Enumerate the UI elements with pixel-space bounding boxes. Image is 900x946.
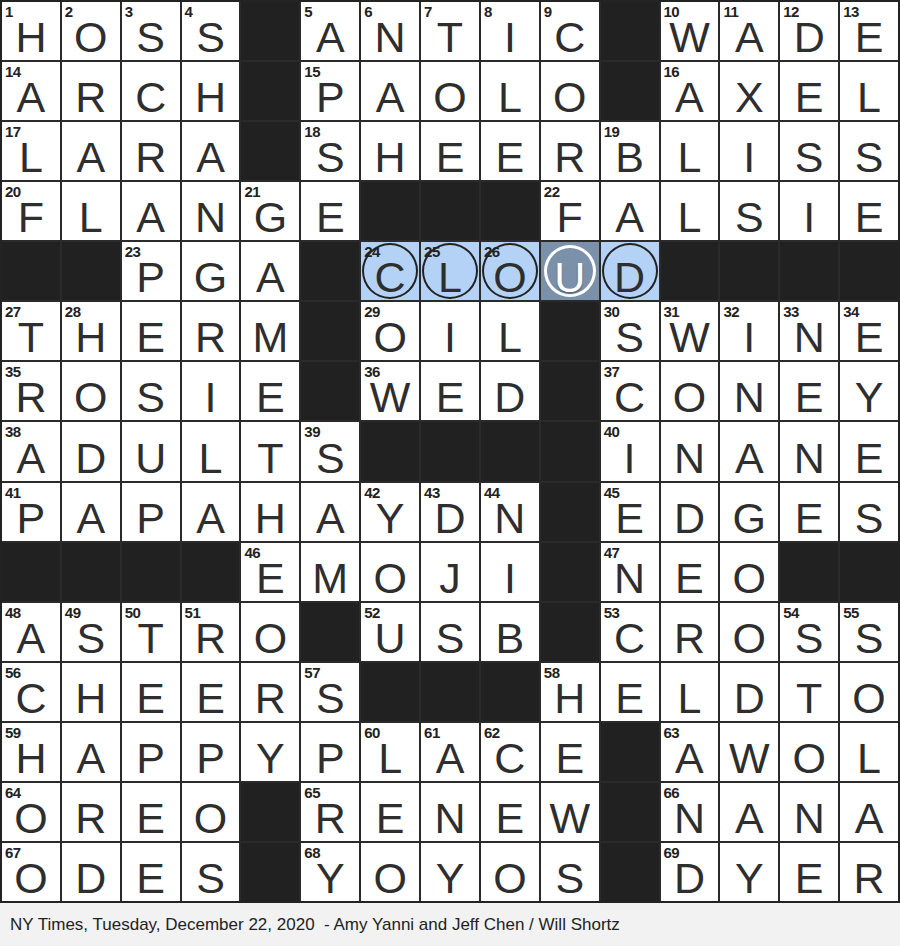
cell-r10c11[interactable]: 47N bbox=[601, 543, 659, 601]
cell-r13c10[interactable]: E bbox=[541, 723, 599, 781]
black-cell-r6c10 bbox=[541, 302, 599, 360]
cell-letter: C bbox=[2, 677, 60, 720]
cell-r10c9[interactable]: I bbox=[481, 543, 539, 601]
cell-r14c7[interactable]: E bbox=[361, 783, 419, 841]
cell-r12c14[interactable]: T bbox=[780, 663, 838, 721]
cell-r8c6[interactable]: 39S bbox=[301, 422, 359, 480]
cell-r4c1[interactable]: 20F bbox=[2, 182, 60, 240]
cell-r9c14[interactable]: E bbox=[780, 483, 838, 541]
cell-r14c2[interactable]: R bbox=[62, 783, 120, 841]
cell-r13c4[interactable]: P bbox=[182, 723, 240, 781]
cell-letter: E bbox=[122, 857, 180, 900]
cell-r12c15[interactable]: O bbox=[840, 663, 898, 721]
cell-r7c7[interactable]: 36W bbox=[361, 362, 419, 420]
black-cell-r10c14 bbox=[780, 543, 838, 601]
cell-r7c13[interactable]: N bbox=[720, 362, 778, 420]
cell-letter: Y bbox=[840, 376, 898, 419]
cell-letter: W bbox=[720, 737, 778, 780]
cell-r13c12[interactable]: 63A bbox=[661, 723, 719, 781]
cell-r11c4[interactable]: 51R bbox=[182, 603, 240, 661]
cell-letter: Y bbox=[720, 857, 778, 900]
clue-number: 24 bbox=[364, 242, 380, 261]
cell-r2c14[interactable]: E bbox=[780, 62, 838, 120]
cell-r3c3[interactable]: R bbox=[122, 122, 180, 180]
clue-number: 47 bbox=[604, 543, 620, 562]
cell-r14c10[interactable]: W bbox=[541, 783, 599, 841]
cell-r3c11[interactable]: 19B bbox=[601, 122, 659, 180]
cell-letter: A bbox=[2, 76, 60, 119]
black-cell-r8c9 bbox=[481, 422, 539, 480]
cell-r1c7[interactable]: 6N bbox=[361, 2, 419, 60]
cell-r11c7[interactable]: 52U bbox=[361, 603, 419, 661]
cell-r2c15[interactable]: L bbox=[840, 62, 898, 120]
cell-letter: P bbox=[301, 76, 359, 119]
black-cell-r8c7 bbox=[361, 422, 419, 480]
cell-r12c6[interactable]: 57S bbox=[301, 663, 359, 721]
crossword-app: 1H2O3S4S5A6N7T8I9C10W11A12D13E14ARCH15PA… bbox=[0, 0, 900, 946]
cell-r9c7[interactable]: 42Y bbox=[361, 483, 419, 541]
cell-letter: S bbox=[541, 857, 599, 900]
cell-r2c6[interactable]: 15P bbox=[301, 62, 359, 120]
cell-letter: I bbox=[601, 437, 659, 480]
cell-r2c10[interactable]: O bbox=[541, 62, 599, 120]
clue-number: 4 bbox=[185, 2, 193, 21]
cell-r9c5[interactable]: H bbox=[241, 483, 299, 541]
cell-letter: I bbox=[182, 376, 240, 419]
cell-r6c1[interactable]: 27T bbox=[2, 302, 60, 360]
cell-r9c15[interactable]: S bbox=[840, 483, 898, 541]
cell-r15c10[interactable]: S bbox=[541, 843, 599, 901]
cell-r3c12[interactable]: L bbox=[661, 122, 719, 180]
cell-r10c12[interactable]: E bbox=[661, 543, 719, 601]
cell-r3c10[interactable]: R bbox=[541, 122, 599, 180]
cell-r4c13[interactable]: S bbox=[720, 182, 778, 240]
cell-r12c1[interactable]: 56C bbox=[2, 663, 60, 721]
cell-r15c7[interactable]: O bbox=[361, 843, 419, 901]
clue-number: 44 bbox=[484, 483, 500, 502]
cell-r3c14[interactable]: S bbox=[780, 122, 838, 180]
cell-letter: E bbox=[780, 857, 838, 900]
cell-letter: P bbox=[182, 737, 240, 780]
cell-r14c12[interactable]: 66N bbox=[661, 783, 719, 841]
cell-r3c2[interactable]: A bbox=[62, 122, 120, 180]
cell-r8c12[interactable]: N bbox=[661, 422, 719, 480]
cell-r15c14[interactable]: E bbox=[780, 843, 838, 901]
cell-letter: C bbox=[601, 617, 659, 660]
cell-r15c12[interactable]: 69D bbox=[661, 843, 719, 901]
clue-number: 20 bbox=[5, 182, 21, 201]
cell-r1c9[interactable]: 8I bbox=[481, 2, 539, 60]
cell-r10c13[interactable]: O bbox=[720, 543, 778, 601]
black-cell-r2c5 bbox=[241, 62, 299, 120]
black-cell-r14c11 bbox=[601, 783, 659, 841]
cell-r6c13[interactable]: 32I bbox=[720, 302, 778, 360]
cell-r10c5[interactable]: 46E bbox=[241, 543, 299, 601]
cell-r4c3[interactable]: A bbox=[122, 182, 180, 240]
cell-r8c14[interactable]: N bbox=[780, 422, 838, 480]
cell-r15c4[interactable]: S bbox=[182, 843, 240, 901]
cell-r5c4[interactable]: G bbox=[182, 242, 240, 300]
cell-r1c1[interactable]: 1H bbox=[2, 2, 60, 60]
cell-r14c6[interactable]: 65R bbox=[301, 783, 359, 841]
cell-r1c15[interactable]: 13E bbox=[840, 2, 898, 60]
black-cell-r10c4 bbox=[182, 543, 240, 601]
cell-letter: B bbox=[601, 136, 659, 179]
black-cell-r10c3 bbox=[122, 543, 180, 601]
cell-r11c9[interactable]: B bbox=[481, 603, 539, 661]
cell-letter: L bbox=[661, 196, 719, 239]
cell-letter: A bbox=[720, 437, 778, 480]
cell-letter: E bbox=[122, 677, 180, 720]
cell-r6c2[interactable]: 28H bbox=[62, 302, 120, 360]
clue-number: 11 bbox=[723, 2, 738, 21]
cell-r13c7[interactable]: 60L bbox=[361, 723, 419, 781]
cell-letter: A bbox=[62, 136, 120, 179]
cell-letter: A bbox=[122, 196, 180, 239]
cell-r13c13[interactable]: W bbox=[720, 723, 778, 781]
cell-r15c9[interactable]: O bbox=[481, 843, 539, 901]
cell-r7c12[interactable]: O bbox=[661, 362, 719, 420]
cell-letter: N bbox=[780, 797, 838, 840]
cell-letter: L bbox=[840, 737, 898, 780]
cell-r9c12[interactable]: D bbox=[661, 483, 719, 541]
cell-r5c3[interactable]: 23P bbox=[122, 242, 180, 300]
cell-letter: W bbox=[541, 797, 599, 840]
cell-r1c14[interactable]: 12D bbox=[780, 2, 838, 60]
clue-number: 57 bbox=[304, 663, 320, 682]
cell-r3c9[interactable]: E bbox=[481, 122, 539, 180]
cell-r7c14[interactable]: E bbox=[780, 362, 838, 420]
cell-letter: A bbox=[601, 196, 659, 239]
cell-letter: S bbox=[122, 376, 180, 419]
cell-r1c8[interactable]: 7T bbox=[421, 2, 479, 60]
cell-letter: E bbox=[541, 737, 599, 780]
cell-r3c15[interactable]: S bbox=[840, 122, 898, 180]
cell-r6c4[interactable]: R bbox=[182, 302, 240, 360]
cell-r4c11[interactable]: A bbox=[601, 182, 659, 240]
cell-r4c6[interactable]: E bbox=[301, 182, 359, 240]
cell-r14c9[interactable]: E bbox=[481, 783, 539, 841]
clue-number: 66 bbox=[664, 783, 680, 802]
cell-r9c13[interactable]: G bbox=[720, 483, 778, 541]
cell-letter: U bbox=[361, 617, 419, 660]
cell-r6c3[interactable]: E bbox=[122, 302, 180, 360]
cell-letter: O bbox=[720, 617, 778, 660]
cell-r10c6[interactable]: M bbox=[301, 543, 359, 601]
cell-r12c2[interactable]: H bbox=[62, 663, 120, 721]
cell-r12c4[interactable]: E bbox=[182, 663, 240, 721]
cell-r15c3[interactable]: E bbox=[122, 843, 180, 901]
cell-letter: D bbox=[421, 497, 479, 540]
cell-r6c11[interactable]: 30S bbox=[601, 302, 659, 360]
cell-r14c14[interactable]: N bbox=[780, 783, 838, 841]
cell-r5c8[interactable]: 25L bbox=[421, 242, 479, 300]
cell-r2c12[interactable]: 16A bbox=[661, 62, 719, 120]
cell-r15c13[interactable]: Y bbox=[720, 843, 778, 901]
clue-number: 25 bbox=[424, 242, 440, 261]
cell-r2c13[interactable]: X bbox=[720, 62, 778, 120]
cell-r5c7[interactable]: 24C bbox=[361, 242, 419, 300]
cell-r12c5[interactable]: R bbox=[241, 663, 299, 721]
cell-letter: S bbox=[840, 136, 898, 179]
cell-r9c9[interactable]: 44N bbox=[481, 483, 539, 541]
cell-r11c3[interactable]: 50T bbox=[122, 603, 180, 661]
cell-r7c4[interactable]: I bbox=[182, 362, 240, 420]
cell-r2c9[interactable]: L bbox=[481, 62, 539, 120]
cell-r15c2[interactable]: D bbox=[62, 843, 120, 901]
cell-r7c3[interactable]: S bbox=[122, 362, 180, 420]
cell-r6c8[interactable]: I bbox=[421, 302, 479, 360]
cell-r11c2[interactable]: 49S bbox=[62, 603, 120, 661]
cell-r12c11[interactable]: E bbox=[601, 663, 659, 721]
cell-r5c5[interactable]: A bbox=[241, 242, 299, 300]
cell-letter: U bbox=[122, 437, 180, 480]
cell-letter: M bbox=[301, 557, 359, 600]
cell-r8c11[interactable]: 40I bbox=[601, 422, 659, 480]
cell-r1c3[interactable]: 3S bbox=[122, 2, 180, 60]
clue-number: 56 bbox=[5, 663, 21, 682]
cell-letter: E bbox=[840, 196, 898, 239]
cell-r6c14[interactable]: 33N bbox=[780, 302, 838, 360]
cell-r2c1[interactable]: 14A bbox=[2, 62, 60, 120]
cell-r9c2[interactable]: A bbox=[62, 483, 120, 541]
cell-r6c12[interactable]: 31W bbox=[661, 302, 719, 360]
cell-letter: R bbox=[122, 136, 180, 179]
cell-r2c4[interactable]: H bbox=[182, 62, 240, 120]
clue-number: 26 bbox=[484, 242, 500, 261]
cell-r11c5[interactable]: O bbox=[241, 603, 299, 661]
cell-r8c13[interactable]: A bbox=[720, 422, 778, 480]
cell-letter: C bbox=[541, 16, 599, 59]
black-cell-r11c10 bbox=[541, 603, 599, 661]
cell-r13c15[interactable]: L bbox=[840, 723, 898, 781]
cell-r3c7[interactable]: H bbox=[361, 122, 419, 180]
cell-letter: A bbox=[720, 797, 778, 840]
cell-r7c2[interactable]: O bbox=[62, 362, 120, 420]
cell-r7c1[interactable]: 35R bbox=[2, 362, 60, 420]
cell-r13c5[interactable]: Y bbox=[241, 723, 299, 781]
cell-r8c4[interactable]: L bbox=[182, 422, 240, 480]
cell-r1c4[interactable]: 4S bbox=[182, 2, 240, 60]
cell-letter: A bbox=[840, 797, 898, 840]
cell-r11c8[interactable]: S bbox=[421, 603, 479, 661]
cell-letter: S bbox=[780, 136, 838, 179]
clue-number: 8 bbox=[484, 2, 492, 21]
cell-letter: G bbox=[182, 256, 240, 299]
cell-letter: E bbox=[481, 797, 539, 840]
cell-r11c12[interactable]: R bbox=[661, 603, 719, 661]
cell-r13c9[interactable]: 62C bbox=[481, 723, 539, 781]
cell-r12c3[interactable]: E bbox=[122, 663, 180, 721]
cell-letter: C bbox=[481, 737, 539, 780]
cell-letter: A bbox=[661, 737, 719, 780]
cell-r6c9[interactable]: L bbox=[481, 302, 539, 360]
cell-letter: H bbox=[62, 316, 120, 359]
clue-number: 58 bbox=[544, 663, 560, 682]
clue-number: 48 bbox=[5, 603, 21, 622]
black-cell-r10c15 bbox=[840, 543, 898, 601]
cell-r6c15[interactable]: 34E bbox=[840, 302, 898, 360]
cell-r10c8[interactable]: J bbox=[421, 543, 479, 601]
clue-number: 64 bbox=[5, 783, 21, 802]
cell-letter: D bbox=[62, 857, 120, 900]
cell-r12c13[interactable]: D bbox=[720, 663, 778, 721]
cell-r8c3[interactable]: U bbox=[122, 422, 180, 480]
cell-r4c12[interactable]: L bbox=[661, 182, 719, 240]
cell-r7c15[interactable]: Y bbox=[840, 362, 898, 420]
cell-r15c6[interactable]: 68Y bbox=[301, 843, 359, 901]
cell-letter: P bbox=[122, 737, 180, 780]
cell-r7c9[interactable]: D bbox=[481, 362, 539, 420]
cell-r3c13[interactable]: I bbox=[720, 122, 778, 180]
cell-letter: W bbox=[661, 316, 719, 359]
cell-letter: A bbox=[182, 497, 240, 540]
cell-r15c15[interactable]: R bbox=[840, 843, 898, 901]
black-cell-r10c10 bbox=[541, 543, 599, 601]
cell-letter: S bbox=[720, 196, 778, 239]
cell-letter: E bbox=[122, 316, 180, 359]
clue-number: 12 bbox=[783, 2, 799, 21]
cell-r9c4[interactable]: A bbox=[182, 483, 240, 541]
clue-number: 55 bbox=[843, 603, 859, 622]
cell-r13c3[interactable]: P bbox=[122, 723, 180, 781]
cell-r15c1[interactable]: 67O bbox=[2, 843, 60, 901]
cell-letter: I bbox=[780, 196, 838, 239]
cell-letter: L bbox=[182, 437, 240, 480]
cell-letter: L bbox=[481, 76, 539, 119]
clue-number: 5 bbox=[304, 2, 312, 21]
cell-r13c14[interactable]: O bbox=[780, 723, 838, 781]
black-cell-r12c7 bbox=[361, 663, 419, 721]
black-cell-r7c6 bbox=[301, 362, 359, 420]
cell-letter: C bbox=[361, 256, 419, 299]
clue-number: 52 bbox=[364, 603, 380, 622]
cell-r7c5[interactable]: E bbox=[241, 362, 299, 420]
cell-r14c15[interactable]: A bbox=[840, 783, 898, 841]
clue-number: 33 bbox=[783, 302, 799, 321]
cell-r4c2[interactable]: L bbox=[62, 182, 120, 240]
black-cell-r7c10 bbox=[541, 362, 599, 420]
clue-number: 23 bbox=[125, 242, 141, 261]
cell-r8c15[interactable]: E bbox=[840, 422, 898, 480]
cell-letter: O bbox=[2, 857, 60, 900]
black-cell-r9c10 bbox=[541, 483, 599, 541]
cell-r4c10[interactable]: 22F bbox=[541, 182, 599, 240]
cell-r9c8[interactable]: 43D bbox=[421, 483, 479, 541]
black-cell-r2c11 bbox=[601, 62, 659, 120]
cell-r11c13[interactable]: O bbox=[720, 603, 778, 661]
cell-r7c8[interactable]: E bbox=[421, 362, 479, 420]
cell-r4c4[interactable]: N bbox=[182, 182, 240, 240]
cell-r1c10[interactable]: 9C bbox=[541, 2, 599, 60]
black-cell-r5c12 bbox=[661, 242, 719, 300]
cell-r14c8[interactable]: N bbox=[421, 783, 479, 841]
cell-r14c13[interactable]: A bbox=[720, 783, 778, 841]
cell-letter: L bbox=[840, 76, 898, 119]
cell-r4c14[interactable]: I bbox=[780, 182, 838, 240]
cell-r4c15[interactable]: E bbox=[840, 182, 898, 240]
cell-r11c14[interactable]: 54S bbox=[780, 603, 838, 661]
cell-letter: E bbox=[780, 497, 838, 540]
cell-letter: O bbox=[481, 256, 539, 299]
cell-r8c1[interactable]: 38A bbox=[2, 422, 60, 480]
cell-r9c11[interactable]: 45E bbox=[601, 483, 659, 541]
cell-letter: W bbox=[361, 376, 419, 419]
cell-letter: S bbox=[182, 16, 240, 59]
cell-r1c13[interactable]: 11A bbox=[720, 2, 778, 60]
cell-r5c9[interactable]: 26O bbox=[481, 242, 539, 300]
cell-letter: J bbox=[421, 557, 479, 600]
cell-r13c8[interactable]: 61A bbox=[421, 723, 479, 781]
cell-letter: Y bbox=[301, 857, 359, 900]
cell-letter: H bbox=[241, 497, 299, 540]
black-cell-r5c13 bbox=[720, 242, 778, 300]
cell-r12c12[interactable]: L bbox=[661, 663, 719, 721]
cell-r3c6[interactable]: 18S bbox=[301, 122, 359, 180]
cell-r13c1[interactable]: 59H bbox=[2, 723, 60, 781]
cell-r2c8[interactable]: O bbox=[421, 62, 479, 120]
black-cell-r4c9 bbox=[481, 182, 539, 240]
cell-letter: O bbox=[720, 557, 778, 600]
clue-number: 30 bbox=[604, 302, 620, 321]
black-cell-r1c5 bbox=[241, 2, 299, 60]
cell-r11c11[interactable]: 53C bbox=[601, 603, 659, 661]
clue-number: 3 bbox=[125, 2, 133, 21]
cell-r13c2[interactable]: A bbox=[62, 723, 120, 781]
cell-letter: N bbox=[481, 497, 539, 540]
cell-r9c3[interactable]: P bbox=[122, 483, 180, 541]
cell-r14c1[interactable]: 64O bbox=[2, 783, 60, 841]
cell-r8c2[interactable]: D bbox=[62, 422, 120, 480]
cell-letter: O bbox=[481, 857, 539, 900]
cell-letter: R bbox=[840, 857, 898, 900]
cell-r2c3[interactable]: C bbox=[122, 62, 180, 120]
cell-r6c7[interactable]: 29O bbox=[361, 302, 419, 360]
cell-r3c8[interactable]: E bbox=[421, 122, 479, 180]
clue-number: 45 bbox=[604, 483, 620, 502]
cell-letter: D bbox=[780, 16, 838, 59]
clue-number: 67 bbox=[5, 843, 21, 862]
cell-r4c5[interactable]: 21G bbox=[241, 182, 299, 240]
cell-r1c12[interactable]: 10W bbox=[661, 2, 719, 60]
cell-r9c6[interactable]: A bbox=[301, 483, 359, 541]
cell-r14c3[interactable]: E bbox=[122, 783, 180, 841]
cell-r2c7[interactable]: A bbox=[361, 62, 419, 120]
cell-r8c5[interactable]: T bbox=[241, 422, 299, 480]
cell-letter: E bbox=[601, 497, 659, 540]
cell-r5c11[interactable]: D bbox=[601, 242, 659, 300]
cell-r6c5[interactable]: M bbox=[241, 302, 299, 360]
cell-r3c1[interactable]: 17L bbox=[2, 122, 60, 180]
cell-r11c1[interactable]: 48A bbox=[2, 603, 60, 661]
cell-r12c10[interactable]: 58H bbox=[541, 663, 599, 721]
cell-r11c15[interactable]: 55S bbox=[840, 603, 898, 661]
cell-r3c4[interactable]: A bbox=[182, 122, 240, 180]
cell-r1c6[interactable]: 5A bbox=[301, 2, 359, 60]
cell-r13c6[interactable]: P bbox=[301, 723, 359, 781]
black-cell-r12c9 bbox=[481, 663, 539, 721]
cell-r2c2[interactable]: R bbox=[62, 62, 120, 120]
cell-letter: P bbox=[2, 497, 60, 540]
cell-r10c7[interactable]: O bbox=[361, 543, 419, 601]
cell-r1c2[interactable]: 2O bbox=[62, 2, 120, 60]
cell-r5c10[interactable]: U bbox=[541, 242, 599, 300]
cell-letter: O bbox=[661, 376, 719, 419]
cell-r15c8[interactable]: Y bbox=[421, 843, 479, 901]
cell-r7c11[interactable]: 37C bbox=[601, 362, 659, 420]
cell-r9c1[interactable]: 41P bbox=[2, 483, 60, 541]
cell-r14c4[interactable]: O bbox=[182, 783, 240, 841]
